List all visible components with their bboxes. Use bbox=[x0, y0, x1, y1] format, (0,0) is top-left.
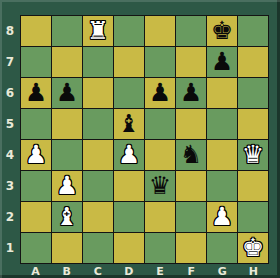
square-e6[interactable]: ♟ bbox=[145, 78, 175, 108]
square-d7[interactable] bbox=[114, 47, 144, 77]
square-e4[interactable] bbox=[145, 140, 175, 170]
rank-label-8: 8 bbox=[0, 15, 20, 46]
white-pawn[interactable]: ♟ bbox=[56, 171, 78, 201]
rank-label-4: 4 bbox=[0, 140, 20, 171]
black-bishop[interactable]: ♝ bbox=[118, 109, 140, 139]
square-a8[interactable] bbox=[21, 16, 51, 46]
chess-board: ♜♚♟♟♟♟♟♝♟♟♞♛♟♛♝♟♚ bbox=[20, 15, 269, 264]
square-c7[interactable] bbox=[83, 47, 113, 77]
square-b2[interactable]: ♝ bbox=[52, 202, 82, 232]
square-d5[interactable]: ♝ bbox=[114, 109, 144, 139]
square-c4[interactable] bbox=[83, 140, 113, 170]
square-b7[interactable] bbox=[52, 47, 82, 77]
black-king[interactable]: ♚ bbox=[211, 16, 233, 46]
square-g6[interactable] bbox=[207, 78, 237, 108]
chess-board-window: 8 7 6 5 4 3 2 1 ♜♚♟♟♟♟♟♝♟♟♞♛♟♛♝♟♚ A B C … bbox=[0, 0, 280, 278]
rank-label-1: 1 bbox=[0, 233, 20, 264]
square-g2[interactable]: ♟ bbox=[207, 202, 237, 232]
square-f5[interactable] bbox=[176, 109, 206, 139]
square-a4[interactable]: ♟ bbox=[21, 140, 51, 170]
square-b3[interactable]: ♟ bbox=[52, 171, 82, 201]
rank-label-7: 7 bbox=[0, 46, 20, 77]
file-label-d: D bbox=[113, 264, 144, 278]
square-f2[interactable] bbox=[176, 202, 206, 232]
square-c5[interactable] bbox=[83, 109, 113, 139]
square-b1[interactable] bbox=[52, 233, 82, 263]
file-label-h: H bbox=[238, 264, 269, 278]
file-label-a: A bbox=[20, 264, 51, 278]
square-h8[interactable] bbox=[238, 16, 268, 46]
square-h3[interactable] bbox=[238, 171, 268, 201]
square-c8[interactable]: ♜ bbox=[83, 16, 113, 46]
rank-label-2: 2 bbox=[0, 202, 20, 233]
white-pawn[interactable]: ♟ bbox=[211, 202, 233, 232]
square-h7[interactable] bbox=[238, 47, 268, 77]
rank-label-6: 6 bbox=[0, 77, 20, 108]
black-pawn[interactable]: ♟ bbox=[56, 78, 78, 108]
square-f6[interactable]: ♟ bbox=[176, 78, 206, 108]
square-h1[interactable]: ♚ bbox=[238, 233, 268, 263]
rank-label-3: 3 bbox=[0, 171, 20, 202]
file-labels: A B C D E F G H bbox=[20, 264, 269, 278]
square-e8[interactable] bbox=[145, 16, 175, 46]
square-g8[interactable]: ♚ bbox=[207, 16, 237, 46]
file-label-b: B bbox=[51, 264, 82, 278]
square-c6[interactable] bbox=[83, 78, 113, 108]
square-g7[interactable]: ♟ bbox=[207, 47, 237, 77]
square-e3[interactable]: ♛ bbox=[145, 171, 175, 201]
square-a7[interactable] bbox=[21, 47, 51, 77]
file-label-g: G bbox=[207, 264, 238, 278]
white-bishop[interactable]: ♝ bbox=[56, 202, 78, 232]
rank-label-5: 5 bbox=[0, 108, 20, 139]
square-c2[interactable] bbox=[83, 202, 113, 232]
square-d2[interactable] bbox=[114, 202, 144, 232]
square-b5[interactable] bbox=[52, 109, 82, 139]
square-d1[interactable] bbox=[114, 233, 144, 263]
square-e7[interactable] bbox=[145, 47, 175, 77]
square-h5[interactable] bbox=[238, 109, 268, 139]
file-label-c: C bbox=[82, 264, 113, 278]
rank-labels: 8 7 6 5 4 3 2 1 bbox=[0, 15, 20, 264]
black-pawn[interactable]: ♟ bbox=[25, 78, 47, 108]
square-d4[interactable]: ♟ bbox=[114, 140, 144, 170]
square-h4[interactable]: ♛ bbox=[238, 140, 268, 170]
square-d8[interactable] bbox=[114, 16, 144, 46]
black-pawn[interactable]: ♟ bbox=[211, 47, 233, 77]
square-c3[interactable] bbox=[83, 171, 113, 201]
square-b4[interactable] bbox=[52, 140, 82, 170]
square-g3[interactable] bbox=[207, 171, 237, 201]
square-d6[interactable] bbox=[114, 78, 144, 108]
square-a5[interactable] bbox=[21, 109, 51, 139]
square-c1[interactable] bbox=[83, 233, 113, 263]
black-knight[interactable]: ♞ bbox=[180, 140, 202, 170]
square-e5[interactable] bbox=[145, 109, 175, 139]
file-label-e: E bbox=[145, 264, 176, 278]
square-f7[interactable] bbox=[176, 47, 206, 77]
square-e2[interactable] bbox=[145, 202, 175, 232]
square-f1[interactable] bbox=[176, 233, 206, 263]
black-pawn[interactable]: ♟ bbox=[149, 78, 171, 108]
file-label-f: F bbox=[176, 264, 207, 278]
square-h6[interactable] bbox=[238, 78, 268, 108]
square-g5[interactable] bbox=[207, 109, 237, 139]
square-g1[interactable] bbox=[207, 233, 237, 263]
square-d3[interactable] bbox=[114, 171, 144, 201]
white-queen[interactable]: ♛ bbox=[242, 140, 264, 170]
square-a3[interactable] bbox=[21, 171, 51, 201]
square-h2[interactable] bbox=[238, 202, 268, 232]
black-pawn[interactable]: ♟ bbox=[180, 78, 202, 108]
square-f3[interactable] bbox=[176, 171, 206, 201]
square-f4[interactable]: ♞ bbox=[176, 140, 206, 170]
square-e1[interactable] bbox=[145, 233, 175, 263]
black-queen[interactable]: ♛ bbox=[149, 171, 171, 201]
square-a2[interactable] bbox=[21, 202, 51, 232]
square-f8[interactable] bbox=[176, 16, 206, 46]
square-b6[interactable]: ♟ bbox=[52, 78, 82, 108]
square-a6[interactable]: ♟ bbox=[21, 78, 51, 108]
square-a1[interactable] bbox=[21, 233, 51, 263]
square-g4[interactable] bbox=[207, 140, 237, 170]
white-pawn[interactable]: ♟ bbox=[118, 140, 140, 170]
white-rook[interactable]: ♜ bbox=[87, 16, 109, 46]
white-king[interactable]: ♚ bbox=[242, 233, 264, 263]
white-pawn[interactable]: ♟ bbox=[25, 140, 47, 170]
square-b8[interactable] bbox=[52, 16, 82, 46]
